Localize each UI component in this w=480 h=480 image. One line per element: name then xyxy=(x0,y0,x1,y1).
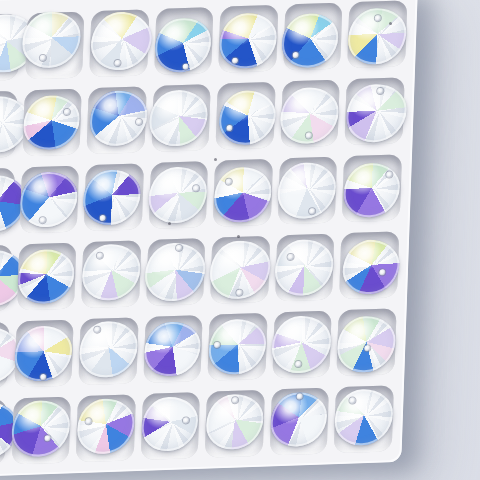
tray-cell xyxy=(75,394,142,473)
tray xyxy=(0,0,418,478)
tray-cell xyxy=(24,11,91,90)
bead-hole xyxy=(183,63,189,70)
bead-hole xyxy=(40,373,46,379)
tray-cell xyxy=(83,163,150,242)
bead-hole xyxy=(374,15,380,21)
tray-cell xyxy=(339,231,406,310)
bead-hole xyxy=(183,418,189,424)
tray-cell xyxy=(78,317,145,396)
dust-speck xyxy=(168,222,171,225)
dust-speck xyxy=(214,158,217,161)
tray-cell xyxy=(11,396,78,475)
tray-cell xyxy=(0,90,24,169)
tray-cell xyxy=(86,86,153,165)
tray-cell xyxy=(207,312,274,391)
bead-hole xyxy=(176,244,182,250)
photo-scene xyxy=(0,0,480,480)
tray-cell xyxy=(282,2,349,81)
tray-cell xyxy=(204,389,271,468)
bead-hole xyxy=(309,208,315,214)
tray-cell xyxy=(274,233,341,312)
bead-hole xyxy=(40,217,46,223)
bead-hole xyxy=(45,435,51,441)
tray-cell xyxy=(218,4,285,83)
bead-hole xyxy=(297,394,303,400)
tray-cell xyxy=(210,235,277,314)
bead-hole xyxy=(293,51,299,57)
tray-cell xyxy=(153,7,220,86)
tray-cell xyxy=(19,165,86,244)
tray-cell xyxy=(271,310,338,389)
tray-cell xyxy=(148,161,215,240)
tray-cell xyxy=(333,385,400,464)
tray-cell xyxy=(16,242,83,321)
tray-cell xyxy=(13,319,80,398)
dust-speck xyxy=(237,235,240,238)
bead-hole xyxy=(226,178,232,184)
tray-cell xyxy=(140,392,207,471)
bead-hole xyxy=(350,398,356,404)
tray-cell xyxy=(341,154,408,233)
bead-hole xyxy=(97,253,103,259)
bead-hole xyxy=(232,397,238,403)
tray-cell xyxy=(145,238,212,317)
tray-cell xyxy=(269,387,336,466)
tray-cell xyxy=(81,240,148,319)
tray-cell xyxy=(277,156,344,235)
tray-cell xyxy=(280,79,347,158)
bead-hole xyxy=(379,269,386,276)
bead-hole xyxy=(214,342,220,348)
tray-cell xyxy=(336,308,403,387)
bead-hole xyxy=(99,215,105,221)
tray-cell xyxy=(215,81,282,160)
bead-hole xyxy=(236,290,242,296)
bead-hole xyxy=(136,119,142,125)
tray-cell xyxy=(151,84,218,163)
bead-hole xyxy=(226,125,233,131)
bead-hole xyxy=(364,346,370,352)
bead-hole xyxy=(64,109,70,115)
bead-hole xyxy=(193,186,199,192)
bead-hole xyxy=(287,254,293,260)
bead-hole xyxy=(94,327,100,333)
bead-hole xyxy=(377,88,383,94)
tray-cell xyxy=(347,0,414,79)
tray-cell xyxy=(0,13,27,92)
dust-speck xyxy=(389,22,392,25)
bead-hole xyxy=(232,57,238,63)
bead-hole xyxy=(39,55,45,61)
tray-cell xyxy=(344,77,411,156)
bead-hole xyxy=(306,133,312,139)
bead-hole xyxy=(86,418,92,424)
tray-cell xyxy=(89,9,156,88)
bead-hole xyxy=(114,60,121,67)
bead-hole xyxy=(386,171,392,177)
tray-cell xyxy=(22,88,89,167)
tray-cell xyxy=(142,315,209,394)
bead-hole xyxy=(295,361,301,367)
tray-cell xyxy=(212,158,279,237)
